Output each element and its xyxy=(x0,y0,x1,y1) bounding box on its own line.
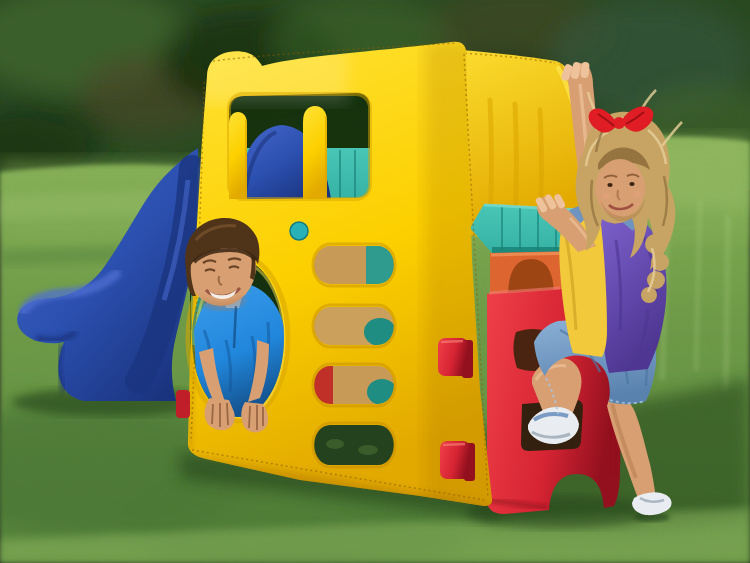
window-interior xyxy=(228,92,372,200)
photo-canvas xyxy=(0,0,750,563)
grab-handle-lower xyxy=(440,441,475,481)
grab-handle-upper xyxy=(438,338,473,378)
left-red-tab xyxy=(176,390,190,418)
photo-kids-playground-climber: Two young children playing outdoors on a… xyxy=(0,0,750,563)
plug-button xyxy=(290,222,308,240)
window-center-tab xyxy=(303,106,327,199)
window-left-tab xyxy=(229,112,247,199)
